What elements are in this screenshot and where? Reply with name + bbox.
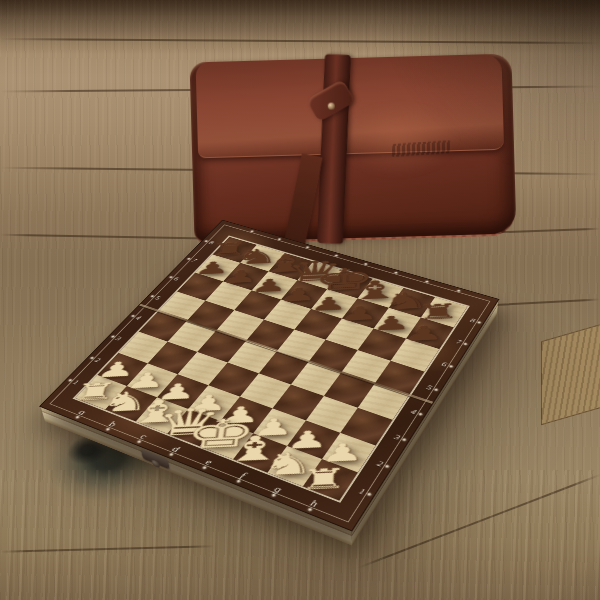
rank-label-right-2: 2 — [375, 459, 384, 468]
rank-label-right-4: 4 — [409, 408, 418, 416]
frame-pin-right — [385, 465, 390, 468]
frame-pin-top — [278, 238, 282, 240]
rank-label-right-6: 6 — [440, 360, 448, 368]
frame-pin-bottom — [202, 466, 207, 469]
file-label-h: h — [308, 497, 320, 509]
pieces-layer: ♜♞♝♛♚♝♞♜♟♟♟♟♟♟♟♟♟♟♟♟♟♟♟♟♜♞♝♛♚♝♞♜ — [223, 220, 499, 299]
rank-label-right-5: 5 — [425, 383, 434, 391]
rank-label-left-6: 6 — [172, 276, 180, 282]
rank-label-right-8: 8 — [469, 317, 477, 324]
file-label-g: g — [272, 483, 284, 495]
rank-label-left-3: 3 — [114, 335, 123, 342]
frame-pin-top — [457, 290, 461, 292]
photo-scene: abcdefgh1122334455667788 ♜♞♝♛♚♝♞♜♟♟♟♟♟♟♟… — [0, 0, 600, 600]
rank-label-left-4: 4 — [134, 314, 143, 321]
black-pawn-icon: ♟ — [404, 324, 444, 342]
file-label-f: f — [238, 470, 248, 480]
latch — [141, 449, 170, 469]
frame-pin-left — [204, 240, 208, 242]
frame-pin-bottom — [236, 479, 241, 482]
file-label-b: b — [107, 419, 119, 429]
frame-pin-right — [463, 343, 467, 346]
frame-pin-bottom — [106, 428, 110, 431]
frame-pin-right — [367, 492, 372, 496]
frame-pin-right — [402, 438, 406, 441]
frame-pin-right — [449, 365, 453, 368]
rank-label-left-5: 5 — [153, 295, 162, 302]
frame-pin-right — [477, 321, 481, 324]
chess-board: abcdefgh1122334455667788 ♜♞♝♛♚♝♞♜♟♟♟♟♟♟♟… — [39, 220, 499, 532]
file-label-a: a — [77, 407, 89, 417]
rank-label-right-3: 3 — [393, 433, 402, 442]
frame-pin-bottom — [137, 440, 141, 443]
file-label-e: e — [203, 456, 215, 467]
frame-pin-bottom — [169, 453, 174, 456]
frame-pin-bottom — [75, 416, 79, 419]
black-rook-icon: ♜ — [417, 302, 460, 321]
frame-pin-left — [68, 379, 72, 382]
board-scene: abcdefgh1122334455667788 ♜♞♝♛♚♝♞♜♟♟♟♟♟♟♟… — [0, 0, 600, 600]
frame-pin-bottom — [271, 493, 276, 497]
rank-label-right-7: 7 — [455, 338, 463, 345]
frame-pin-left — [150, 295, 154, 297]
frame-pin-left — [169, 276, 173, 278]
frame-pin-top — [425, 280, 429, 282]
frame-pin-left — [131, 315, 135, 317]
frame-pin-bottom — [308, 508, 313, 512]
frame-pin-left — [111, 335, 115, 338]
rank-label-right-1: 1 — [357, 487, 367, 497]
frame-pin-left — [90, 357, 94, 360]
frame-pin-top — [250, 230, 254, 232]
file-label-c: c — [138, 431, 150, 441]
file-label-d: d — [170, 443, 182, 454]
frame-pin-right — [434, 388, 438, 391]
frame-pin-right — [418, 413, 422, 416]
frame-pin-left — [187, 258, 191, 260]
